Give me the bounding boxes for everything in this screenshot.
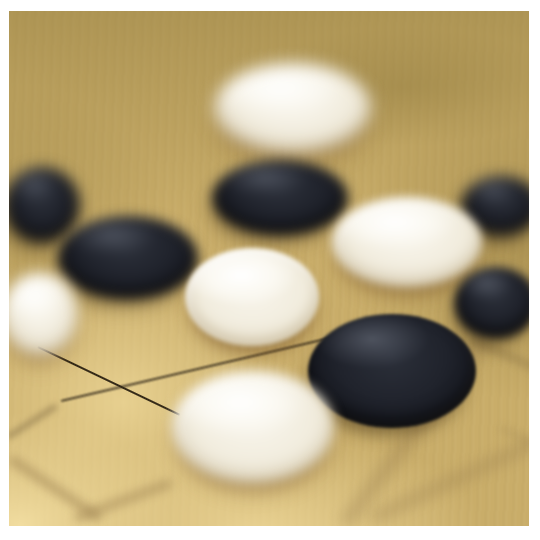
black-stone [9, 167, 80, 243]
black-stone [58, 216, 198, 300]
black-stone [308, 314, 476, 428]
black-stone [454, 267, 529, 339]
white-stone [185, 248, 319, 346]
go-board-photo [9, 11, 529, 526]
black-stone [212, 160, 348, 236]
white-stone [172, 371, 334, 483]
white-stone [215, 63, 371, 153]
stones-layer [9, 11, 529, 526]
white-stone [9, 273, 78, 355]
white-stone [332, 197, 482, 287]
